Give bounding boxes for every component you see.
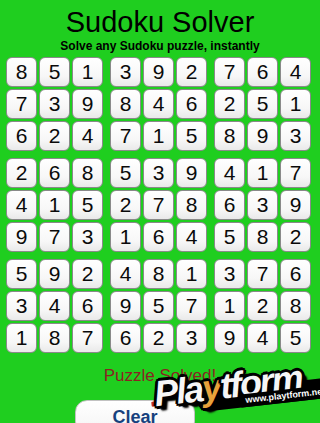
cell-r8c2[interactable]: 4 <box>39 291 70 321</box>
cell-r3c9[interactable]: 3 <box>280 121 311 151</box>
cell-r5c1[interactable]: 4 <box>6 190 37 220</box>
cell-r6c3[interactable]: 3 <box>72 222 103 252</box>
cell-r4c3[interactable]: 8 <box>72 158 103 188</box>
cell-r5c9[interactable]: 9 <box>280 190 311 220</box>
cell-r2c4[interactable]: 8 <box>110 89 141 119</box>
cell-r8c4[interactable]: 9 <box>110 291 141 321</box>
cell-r3c2[interactable]: 2 <box>39 121 70 151</box>
cell-r8c7[interactable]: 1 <box>214 291 245 321</box>
cell-r1c8[interactable]: 6 <box>247 57 278 87</box>
cell-r6c9[interactable]: 2 <box>280 222 311 252</box>
cell-r8c6[interactable]: 7 <box>176 291 207 321</box>
cell-r4c7[interactable]: 4 <box>214 158 245 188</box>
cell-r4c6[interactable]: 9 <box>176 158 207 188</box>
cell-r4c8[interactable]: 1 <box>247 158 278 188</box>
cell-r2c6[interactable]: 6 <box>176 89 207 119</box>
cell-r8c5[interactable]: 5 <box>143 291 174 321</box>
sudoku-grid: 8513927647398462516247158932685394174152… <box>6 57 311 353</box>
cell-r7c4[interactable]: 4 <box>110 259 141 289</box>
cell-r9c2[interactable]: 8 <box>39 323 70 353</box>
cell-r3c3[interactable]: 4 <box>72 121 103 151</box>
cell-r2c3[interactable]: 9 <box>72 89 103 119</box>
cell-r1c6[interactable]: 2 <box>176 57 207 87</box>
cell-r1c4[interactable]: 3 <box>110 57 141 87</box>
cell-r1c1[interactable]: 8 <box>6 57 37 87</box>
cell-r9c1[interactable]: 1 <box>6 323 37 353</box>
cell-r1c7[interactable]: 7 <box>214 57 245 87</box>
cell-r6c1[interactable]: 9 <box>6 222 37 252</box>
cell-r4c1[interactable]: 2 <box>6 158 37 188</box>
cell-r1c2[interactable]: 5 <box>39 57 70 87</box>
cell-r9c6[interactable]: 3 <box>176 323 207 353</box>
cell-r1c5[interactable]: 9 <box>143 57 174 87</box>
cell-r9c8[interactable]: 4 <box>247 323 278 353</box>
cell-r7c8[interactable]: 7 <box>247 259 278 289</box>
cell-r4c4[interactable]: 5 <box>110 158 141 188</box>
app-background: { "app": { "title": "Sudoku Solver", "su… <box>0 0 320 423</box>
cell-r7c2[interactable]: 9 <box>39 259 70 289</box>
cell-r5c4[interactable]: 2 <box>110 190 141 220</box>
cell-r7c5[interactable]: 8 <box>143 259 174 289</box>
cell-r8c9[interactable]: 8 <box>280 291 311 321</box>
cell-r6c7[interactable]: 5 <box>214 222 245 252</box>
logo-part-1: Pla <box>152 368 204 414</box>
cell-r3c8[interactable]: 9 <box>247 121 278 151</box>
cell-r7c7[interactable]: 3 <box>214 259 245 289</box>
cell-r3c6[interactable]: 5 <box>176 121 207 151</box>
cell-r7c6[interactable]: 1 <box>176 259 207 289</box>
cell-r6c4[interactable]: 1 <box>110 222 141 252</box>
cell-r5c5[interactable]: 7 <box>143 190 174 220</box>
cell-r5c2[interactable]: 1 <box>39 190 70 220</box>
cell-r1c3[interactable]: 1 <box>72 57 103 87</box>
cell-r7c9[interactable]: 6 <box>280 259 311 289</box>
cell-r6c6[interactable]: 4 <box>176 222 207 252</box>
cell-r8c8[interactable]: 2 <box>247 291 278 321</box>
cell-r2c5[interactable]: 4 <box>143 89 174 119</box>
cell-r2c9[interactable]: 1 <box>280 89 311 119</box>
cell-r9c7[interactable]: 9 <box>214 323 245 353</box>
cell-r3c4[interactable]: 7 <box>110 121 141 151</box>
cell-r7c1[interactable]: 5 <box>6 259 37 289</box>
playtform-watermark: Playtform www.playtform.net <box>146 354 320 423</box>
page-title: Sudoku Solver <box>0 7 320 37</box>
cell-r4c2[interactable]: 6 <box>39 158 70 188</box>
cell-r3c1[interactable]: 6 <box>6 121 37 151</box>
cell-r3c7[interactable]: 8 <box>214 121 245 151</box>
cell-r6c8[interactable]: 8 <box>247 222 278 252</box>
cell-r3c5[interactable]: 1 <box>143 121 174 151</box>
cell-r2c1[interactable]: 7 <box>6 89 37 119</box>
cell-r8c1[interactable]: 3 <box>6 291 37 321</box>
cell-r1c9[interactable]: 4 <box>280 57 311 87</box>
cell-r4c5[interactable]: 3 <box>143 158 174 188</box>
cell-r5c8[interactable]: 3 <box>247 190 278 220</box>
cell-r7c3[interactable]: 2 <box>72 259 103 289</box>
cell-r2c7[interactable]: 2 <box>214 89 245 119</box>
cell-r2c2[interactable]: 3 <box>39 89 70 119</box>
cell-r9c4[interactable]: 6 <box>110 323 141 353</box>
cell-r9c3[interactable]: 7 <box>72 323 103 353</box>
cell-r9c9[interactable]: 5 <box>280 323 311 353</box>
cell-r9c5[interactable]: 2 <box>143 323 174 353</box>
cell-r6c5[interactable]: 6 <box>143 222 174 252</box>
cell-r5c3[interactable]: 5 <box>72 190 103 220</box>
cell-r5c6[interactable]: 8 <box>176 190 207 220</box>
cell-r2c8[interactable]: 5 <box>247 89 278 119</box>
cell-r6c2[interactable]: 7 <box>39 222 70 252</box>
page-subtitle: Solve any Sudoku puzzle, instantly <box>0 39 320 53</box>
cell-r4c9[interactable]: 7 <box>280 158 311 188</box>
cell-r5c7[interactable]: 6 <box>214 190 245 220</box>
cell-r8c3[interactable]: 6 <box>72 291 103 321</box>
